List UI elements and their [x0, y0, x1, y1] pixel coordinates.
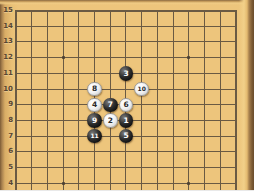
move-number: 10 — [138, 86, 146, 92]
move-number: 3 — [123, 70, 128, 78]
row-label: 13 — [1, 37, 13, 46]
row-label: 10 — [1, 85, 13, 94]
grid-line-horizontal — [15, 41, 237, 42]
stone-black-11: 11 — [87, 129, 102, 144]
grid-line-vertical — [47, 10, 48, 191]
grid-line-vertical — [173, 10, 174, 191]
move-number: 2 — [108, 117, 113, 125]
row-label: 5 — [1, 163, 13, 172]
grid-line-horizontal — [15, 89, 237, 90]
grid-line-vertical — [31, 10, 32, 191]
grid-line-vertical — [235, 10, 237, 191]
board-top-bevel — [0, 0, 254, 5]
star-point — [62, 56, 65, 59]
stone-black-3: 3 — [119, 66, 134, 81]
star-point — [187, 56, 190, 59]
stone-white-6: 6 — [119, 98, 134, 113]
grid-line-horizontal — [15, 183, 237, 184]
stone-white-10: 10 — [134, 82, 149, 97]
move-number: 11 — [90, 133, 98, 139]
move-number: 9 — [92, 117, 97, 125]
board-right-bevel — [239, 0, 254, 190]
grid-line-horizontal — [15, 151, 237, 152]
grid-line-horizontal — [15, 10, 237, 12]
row-label: 6 — [1, 147, 13, 156]
row-label: 14 — [1, 22, 13, 31]
grid-line-vertical — [220, 10, 221, 191]
grid-line-vertical — [204, 10, 205, 191]
row-label: 8 — [1, 116, 13, 125]
grid-line-vertical — [15, 10, 17, 191]
goban-board[interactable]: 151413121110987654 1234567891011 — [0, 0, 254, 190]
row-label: 7 — [1, 132, 13, 141]
grid-line-horizontal — [15, 167, 237, 168]
row-label: 12 — [1, 53, 13, 62]
row-label: 9 — [1, 100, 13, 109]
stone-black-1: 1 — [119, 113, 134, 128]
move-number: 6 — [123, 101, 128, 109]
row-label: 4 — [1, 179, 13, 188]
move-number: 5 — [123, 132, 128, 140]
grid-line-horizontal — [15, 26, 237, 27]
grid-line-vertical — [188, 10, 189, 191]
grid-line-vertical — [63, 10, 64, 191]
row-label: 15 — [1, 6, 13, 15]
grid-line-vertical — [141, 10, 142, 191]
move-number: 8 — [92, 85, 97, 93]
move-number: 4 — [92, 101, 97, 109]
row-label: 11 — [1, 69, 13, 78]
stone-black-9: 9 — [87, 113, 102, 128]
stone-white-8: 8 — [87, 82, 102, 97]
grid-line-horizontal — [15, 57, 237, 58]
star-point — [187, 182, 190, 185]
grid-line-vertical — [157, 10, 158, 191]
stone-black-5: 5 — [119, 129, 134, 144]
move-number: 7 — [108, 101, 113, 109]
stone-white-4: 4 — [87, 98, 102, 113]
stone-white-2: 2 — [103, 113, 118, 128]
move-number: 1 — [123, 117, 128, 125]
star-point — [62, 182, 65, 185]
grid-line-vertical — [78, 10, 79, 191]
stone-black-7: 7 — [103, 98, 118, 113]
